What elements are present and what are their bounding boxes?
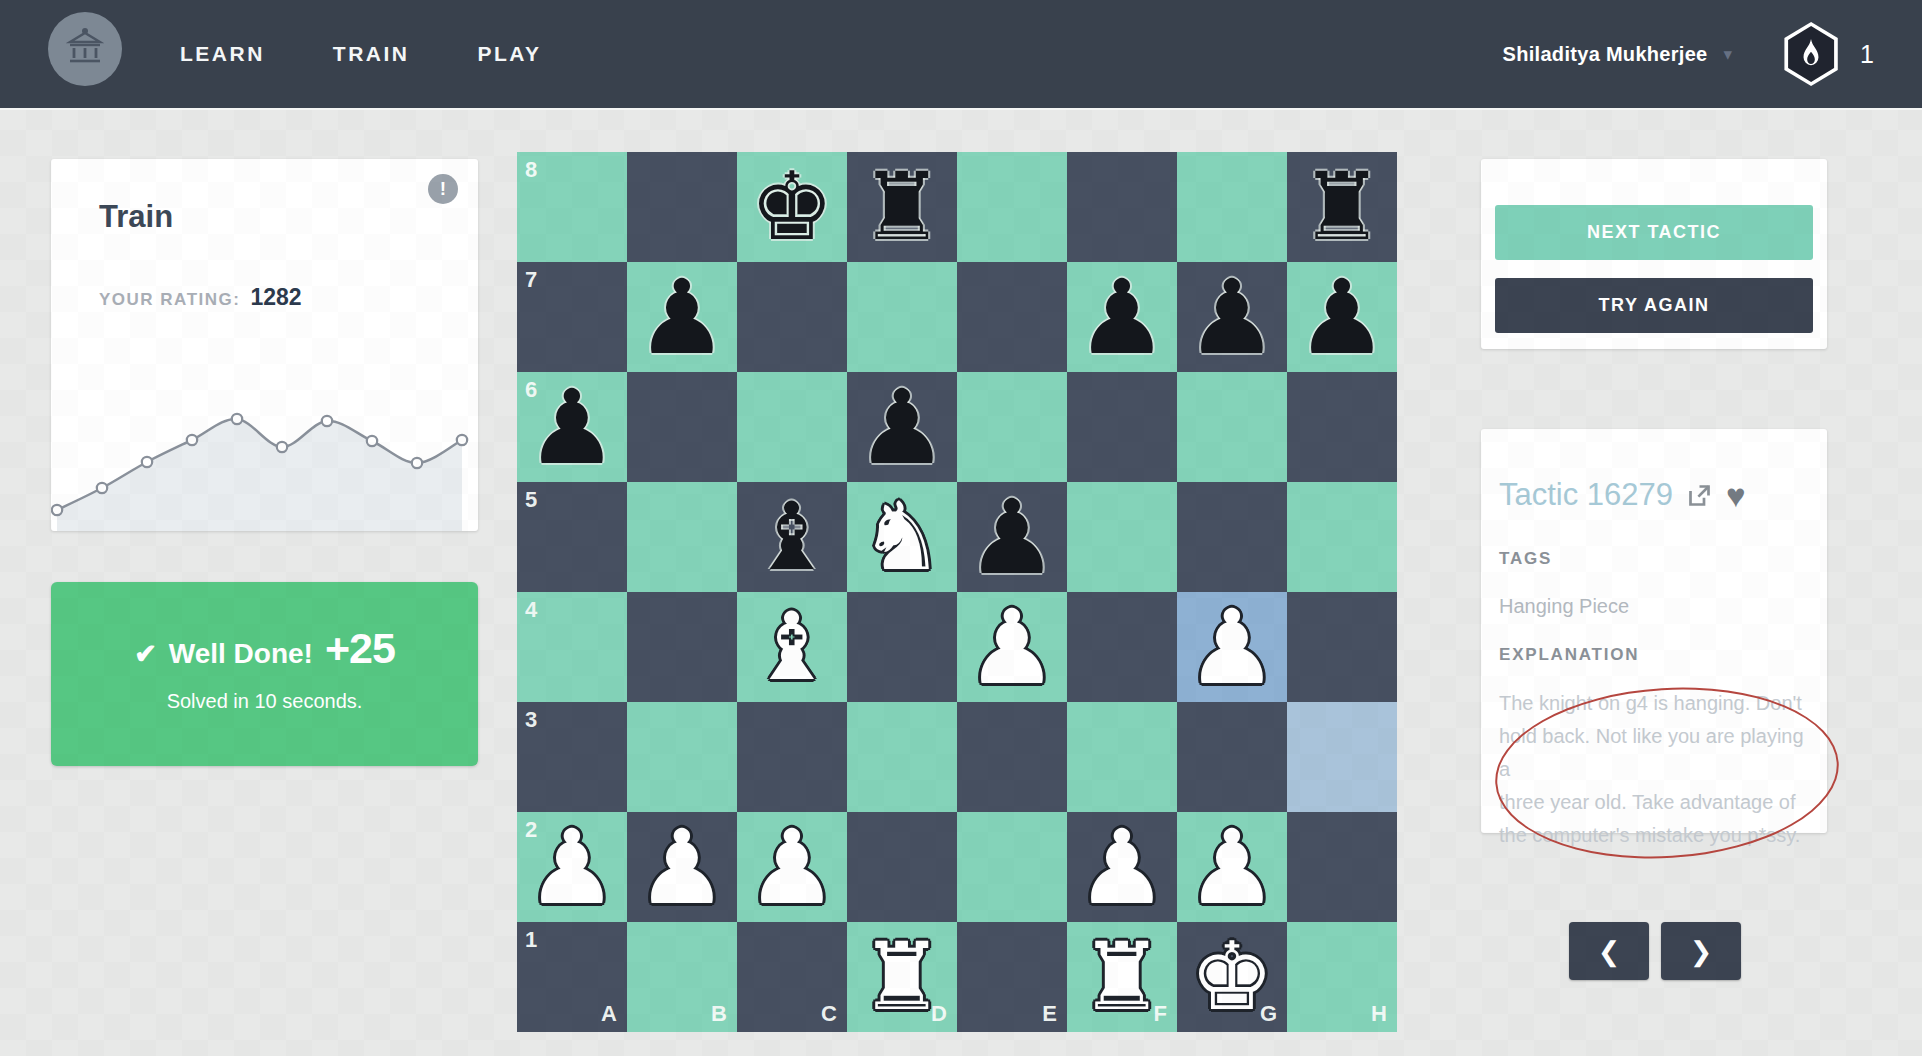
- next-tactic-button[interactable]: NEXT TACTIC: [1495, 205, 1813, 260]
- file-label-c: C: [821, 1001, 837, 1027]
- next-tactic-arrow[interactable]: ❯: [1661, 922, 1741, 980]
- piece-black-bishop: ♝: [737, 482, 847, 592]
- square-b6[interactable]: [627, 372, 737, 482]
- square-d5[interactable]: ♞: [847, 482, 957, 592]
- square-g2[interactable]: ♟: [1177, 812, 1287, 922]
- streak-count: 1: [1860, 40, 1874, 69]
- result-headline-row: ✔ Well Done! +25: [51, 624, 478, 673]
- file-label-a: A: [601, 1001, 617, 1027]
- square-c5[interactable]: ♝: [737, 482, 847, 592]
- piece-black-pawn: ♟: [957, 482, 1067, 592]
- rank-label-4: 4: [525, 597, 537, 623]
- page-title: Train: [99, 199, 173, 235]
- square-e8[interactable]: [957, 152, 1067, 262]
- rank-label-8: 8: [525, 157, 537, 183]
- square-c6[interactable]: [737, 372, 847, 482]
- external-link-icon[interactable]: [1686, 482, 1713, 509]
- square-f8[interactable]: [1067, 152, 1177, 262]
- square-f6[interactable]: [1067, 372, 1177, 482]
- square-e7[interactable]: [957, 262, 1067, 372]
- favorite-heart-icon[interactable]: ♥: [1726, 479, 1746, 512]
- square-c7[interactable]: [737, 262, 847, 372]
- rank-label-7: 7: [525, 267, 537, 293]
- menu-learn[interactable]: LEARN: [180, 42, 265, 66]
- user-area: Shiladitya Mukherjee ▾ 1: [1503, 0, 1874, 108]
- file-label-d: D: [931, 1001, 947, 1027]
- square-d2[interactable]: [847, 812, 957, 922]
- square-f7[interactable]: ♟: [1067, 262, 1177, 372]
- piece-black-pawn: ♟: [1287, 262, 1397, 372]
- square-d6[interactable]: ♟: [847, 372, 957, 482]
- piece-black-pawn: ♟: [1067, 262, 1177, 372]
- square-g1[interactable]: G♚: [1177, 922, 1287, 1032]
- result-points: +25: [325, 624, 395, 673]
- square-g8[interactable]: [1177, 152, 1287, 262]
- piece-white-knight: ♞: [847, 482, 957, 592]
- square-h3[interactable]: [1287, 702, 1397, 812]
- square-b7[interactable]: ♟: [627, 262, 737, 372]
- tactic-card: Tactic 16279 ♥ TAGS Hanging Piece EXPLAN…: [1481, 429, 1827, 833]
- square-c2[interactable]: ♟: [737, 812, 847, 922]
- academy-building-icon: [62, 24, 108, 74]
- square-f3[interactable]: [1067, 702, 1177, 812]
- result-banner: ✔ Well Done! +25 Solved in 10 seconds.: [51, 582, 478, 766]
- explanation-line: The knight on g4 is hanging. Don't: [1499, 687, 1811, 720]
- tactic-title-row: Tactic 16279 ♥: [1499, 477, 1746, 513]
- square-h2[interactable]: [1287, 812, 1397, 922]
- square-b4[interactable]: [627, 592, 737, 702]
- square-e4[interactable]: ♟: [957, 592, 1067, 702]
- piece-white-pawn: ♟: [627, 812, 737, 922]
- square-c8[interactable]: ♚: [737, 152, 847, 262]
- tags-value[interactable]: Hanging Piece: [1499, 595, 1629, 618]
- piece-black-king: ♚: [737, 152, 847, 262]
- result-subtext: Solved in 10 seconds.: [51, 690, 478, 713]
- streak-flame-icon: [1798, 38, 1824, 70]
- explanation-line: three year old. Take advantage of: [1499, 786, 1811, 819]
- rank-label-3: 3: [525, 707, 537, 733]
- square-g5[interactable]: [1177, 482, 1287, 592]
- piece-white-pawn: ♟: [1067, 812, 1177, 922]
- square-a2[interactable]: 2♟: [517, 812, 627, 922]
- train-card: Train YOUR RATING: 1282 !: [51, 159, 478, 531]
- piece-black-pawn: ♟: [627, 262, 737, 372]
- square-f4[interactable]: [1067, 592, 1177, 702]
- piece-black-pawn: ♟: [847, 372, 957, 482]
- chess-board: 8♚♜♜7♟♟♟♟6♟♟5♝♞♟4♝♟♟32♟♟♟♟♟1ABCD♜EF♜G♚H: [517, 152, 1397, 1032]
- square-c3[interactable]: [737, 702, 847, 812]
- file-label-h: H: [1371, 1001, 1387, 1027]
- piece-white-pawn: ♟: [957, 592, 1067, 702]
- square-d7[interactable]: [847, 262, 957, 372]
- square-e3[interactable]: [957, 702, 1067, 812]
- square-b3[interactable]: [627, 702, 737, 812]
- square-b2[interactable]: ♟: [627, 812, 737, 922]
- square-h1[interactable]: H: [1287, 922, 1397, 1032]
- square-d3[interactable]: [847, 702, 957, 812]
- file-label-e: E: [1042, 1001, 1057, 1027]
- square-b8[interactable]: [627, 152, 737, 262]
- square-a1[interactable]: 1A: [517, 922, 627, 1032]
- square-e1[interactable]: E: [957, 922, 1067, 1032]
- rating-chart: [51, 383, 478, 531]
- file-label-g: G: [1260, 1001, 1277, 1027]
- main-menu: LEARN TRAIN PLAY: [180, 0, 542, 108]
- file-label-b: B: [711, 1001, 727, 1027]
- square-b5[interactable]: [627, 482, 737, 592]
- piece-black-rook: ♜: [1287, 152, 1397, 262]
- rank-label-1: 1: [525, 927, 537, 953]
- streak-badge[interactable]: [1782, 22, 1840, 86]
- site-logo[interactable]: [48, 12, 122, 86]
- rating-row: YOUR RATING: 1282: [99, 284, 302, 311]
- piece-black-rook: ♜: [847, 152, 957, 262]
- chevron-down-icon[interactable]: ▾: [1724, 44, 1733, 65]
- file-label-f: F: [1154, 1001, 1167, 1027]
- square-g3[interactable]: [1177, 702, 1287, 812]
- menu-play[interactable]: PLAY: [478, 42, 542, 66]
- piece-white-pawn: ♟: [737, 812, 847, 922]
- square-d4[interactable]: [847, 592, 957, 702]
- square-b1[interactable]: B: [627, 922, 737, 1032]
- piece-white-pawn: ♟: [1177, 812, 1287, 922]
- result-headline: Well Done!: [169, 638, 313, 670]
- previous-tactic-arrow[interactable]: ❮: [1569, 922, 1649, 980]
- try-again-button[interactable]: TRY AGAIN: [1495, 278, 1813, 333]
- explanation-line: hold back. Not like you are playing a: [1499, 720, 1811, 786]
- square-c4[interactable]: ♝: [737, 592, 847, 702]
- square-f1[interactable]: F♜: [1067, 922, 1177, 1032]
- square-c1[interactable]: C: [737, 922, 847, 1032]
- square-g7[interactable]: ♟: [1177, 262, 1287, 372]
- square-a4[interactable]: 4: [517, 592, 627, 702]
- tags-label: TAGS: [1499, 549, 1552, 569]
- square-e2[interactable]: [957, 812, 1067, 922]
- piece-white-pawn: ♟: [1177, 592, 1287, 702]
- square-f2[interactable]: ♟: [1067, 812, 1177, 922]
- check-icon: ✔: [134, 638, 157, 670]
- square-h5[interactable]: [1287, 482, 1397, 592]
- rank-label-6: 6: [525, 377, 537, 403]
- top-nav: LEARN TRAIN PLAY Shiladitya Mukherjee ▾ …: [0, 0, 1922, 108]
- menu-train[interactable]: TRAIN: [333, 42, 410, 66]
- explanation-label: EXPLANATION: [1499, 645, 1639, 665]
- square-a3[interactable]: 3: [517, 702, 627, 812]
- square-d8[interactable]: ♜: [847, 152, 957, 262]
- square-e6[interactable]: [957, 372, 1067, 482]
- square-e5[interactable]: ♟: [957, 482, 1067, 592]
- rating-value: 1282: [250, 284, 301, 311]
- square-a8[interactable]: 8: [517, 152, 627, 262]
- username[interactable]: Shiladitya Mukherjee: [1503, 43, 1708, 66]
- square-a7[interactable]: 7: [517, 262, 627, 372]
- square-d1[interactable]: D♜: [847, 922, 957, 1032]
- square-f5[interactable]: [1067, 482, 1177, 592]
- rank-label-2: 2: [525, 817, 537, 843]
- square-h6[interactable]: [1287, 372, 1397, 482]
- square-a5[interactable]: 5: [517, 482, 627, 592]
- explanation-text: The knight on g4 is hanging. Don't hold …: [1499, 687, 1811, 852]
- tactic-title: Tactic 16279: [1499, 477, 1673, 513]
- explanation-line: the computer's mistake you p*ssy.: [1499, 819, 1811, 852]
- square-h8[interactable]: ♜: [1287, 152, 1397, 262]
- piece-white-bishop: ♝: [737, 592, 847, 702]
- square-g6[interactable]: [1177, 372, 1287, 482]
- info-icon[interactable]: !: [428, 174, 458, 204]
- square-a6[interactable]: 6♟: [517, 372, 627, 482]
- square-h7[interactable]: ♟: [1287, 262, 1397, 372]
- actions-card: NEXT TACTIC TRY AGAIN: [1481, 159, 1827, 349]
- rank-label-5: 5: [525, 487, 537, 513]
- square-g4[interactable]: ♟: [1177, 592, 1287, 702]
- piece-black-pawn: ♟: [1177, 262, 1287, 372]
- rating-label: YOUR RATING:: [99, 290, 240, 310]
- square-h4[interactable]: [1287, 592, 1397, 702]
